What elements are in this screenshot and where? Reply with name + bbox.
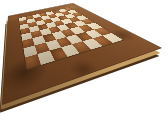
board-face xyxy=(2,3,162,105)
chessboard-photo xyxy=(0,0,168,122)
board-field xyxy=(18,7,125,70)
